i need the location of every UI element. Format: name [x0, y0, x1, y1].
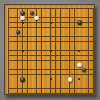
stone-black-f18 [30, 11, 35, 16]
stone-white-q7 [77, 63, 82, 68]
star-point [22, 22, 24, 24]
go-board[interactable] [4, 4, 95, 95]
stone-black-c14 [16, 30, 21, 35]
go-board-grid[interactable] [8, 8, 94, 94]
screenshot [0, 0, 100, 100]
stone-black-r6 [82, 68, 87, 73]
star-point [50, 22, 52, 24]
star-point [50, 50, 52, 52]
stone-white-o4 [68, 77, 73, 82]
stone-black-d4 [20, 77, 25, 82]
stone-black-q16 [77, 20, 82, 25]
star-point [50, 78, 52, 80]
stone-black-d18 [20, 11, 25, 16]
star-point [22, 50, 24, 52]
stone-white-g17 [34, 16, 39, 21]
stone-white-d17 [20, 16, 25, 21]
star-point [78, 50, 80, 52]
star-point [78, 78, 80, 80]
